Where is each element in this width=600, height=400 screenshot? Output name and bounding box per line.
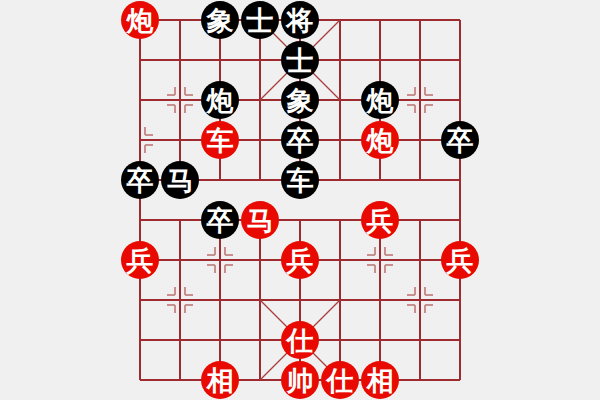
piece-black-pawn[interactable]: 卒	[121, 161, 159, 199]
piece-red-horse[interactable]: 马	[241, 201, 279, 239]
piece-black-elephant[interactable]: 象	[201, 1, 239, 39]
piece-red-chariot[interactable]: 车	[201, 121, 239, 159]
piece-red-pawn[interactable]: 兵	[121, 241, 159, 279]
piece-black-pawn[interactable]: 卒	[281, 121, 319, 159]
piece-black-advisor[interactable]: 士	[281, 41, 319, 79]
piece-black-pawn[interactable]: 卒	[441, 121, 479, 159]
piece-black-pawn[interactable]: 卒	[201, 201, 239, 239]
piece-red-pawn[interactable]: 兵	[281, 241, 319, 279]
piece-red-general[interactable]: 帅	[281, 361, 319, 399]
piece-red-cannon[interactable]: 炮	[361, 121, 399, 159]
piece-black-cannon[interactable]: 炮	[201, 81, 239, 119]
piece-red-cannon[interactable]: 炮	[121, 1, 159, 39]
piece-black-chariot[interactable]: 车	[281, 161, 319, 199]
board[interactable]: 炮象士将士炮象炮车卒炮卒卒马车卒马兵兵兵兵仕相帅仕相	[120, 0, 480, 400]
piece-black-advisor[interactable]: 士	[241, 1, 279, 39]
piece-red-elephant[interactable]: 相	[361, 361, 399, 399]
piece-red-pawn[interactable]: 兵	[441, 241, 479, 279]
piece-red-advisor[interactable]: 仕	[281, 321, 319, 359]
piece-black-cannon[interactable]: 炮	[361, 81, 399, 119]
piece-red-elephant[interactable]: 相	[201, 361, 239, 399]
piece-black-general[interactable]: 将	[281, 1, 319, 39]
piece-black-horse[interactable]: 马	[161, 161, 199, 199]
piece-red-pawn[interactable]: 兵	[361, 201, 399, 239]
xiangqi-app: 炮象士将士炮象炮车卒炮卒卒马车卒马兵兵兵兵仕相帅仕相	[0, 0, 600, 400]
piece-black-elephant[interactable]: 象	[281, 81, 319, 119]
piece-red-advisor[interactable]: 仕	[321, 361, 359, 399]
